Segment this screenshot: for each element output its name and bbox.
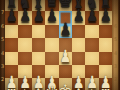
right-rank-label-4: 4 (113, 51, 118, 56)
piece-black-pawn-h7[interactable]: ♟ (99, 7, 112, 25)
piece-white-rook-a1[interactable]: ♜ (5, 87, 18, 90)
square-b4[interactable] (18, 52, 31, 65)
square-b5[interactable] (18, 38, 31, 51)
piece-white-pawn-e4[interactable]: ♟ (59, 47, 72, 65)
square-b6[interactable] (18, 25, 31, 38)
left-rank-label-3: 3 (0, 64, 5, 69)
square-h5[interactable] (99, 38, 112, 51)
square-f4[interactable] (72, 52, 85, 65)
square-c6[interactable] (32, 25, 45, 38)
left-rank-label-6: 6 (0, 24, 5, 29)
piece-black-pawn-a7[interactable]: ♟ (5, 7, 18, 25)
piece-white-rook-h1[interactable]: ♜ (99, 87, 112, 90)
square-c4[interactable] (32, 52, 45, 65)
square-c5[interactable] (32, 38, 45, 51)
piece-black-pawn-g7[interactable]: ♟ (85, 7, 98, 25)
right-rank-label-6: 6 (113, 24, 118, 29)
right-rank-label-5: 5 (113, 37, 118, 42)
chess-app-screen: ♜♞♝♛♚♝♞♜♟♟♟♟♟♟♟♟♟♟♟♟♟♟♟♟♜♞♝♛♚♝♞♜ 7766554… (0, 0, 120, 90)
square-d5[interactable] (45, 38, 58, 51)
left-rank-label-2: 2 (0, 77, 5, 82)
square-h4[interactable] (99, 52, 112, 65)
square-g4[interactable] (85, 52, 98, 65)
piece-black-king-e8[interactable]: ♚ (59, 0, 72, 11)
square-h6[interactable] (99, 25, 112, 38)
left-rank-label-5: 5 (0, 37, 5, 42)
square-g6[interactable] (85, 25, 98, 38)
piece-white-knight-g1[interactable]: ♞ (85, 87, 98, 90)
piece-black-pawn-b7[interactable]: ♟ (18, 7, 31, 25)
square-g5[interactable] (85, 38, 98, 51)
right-rank-label-7: 7 (113, 10, 118, 15)
piece-white-queen-d1[interactable]: ♛ (45, 87, 58, 90)
square-f6[interactable] (72, 25, 85, 38)
piece-white-bishop-c1[interactable]: ♝ (32, 87, 45, 90)
square-a5[interactable] (5, 38, 18, 51)
right-rank-label-3: 3 (113, 64, 118, 69)
square-f5[interactable] (72, 38, 85, 51)
piece-white-king-e1[interactable]: ♚ (59, 87, 72, 90)
piece-white-bishop-f1[interactable]: ♝ (72, 87, 85, 90)
left-rank-label-7: 7 (0, 10, 5, 15)
square-d6[interactable] (45, 25, 58, 38)
chess-board[interactable]: ♜♞♝♛♚♝♞♜♟♟♟♟♟♟♟♟♟♟♟♟♟♟♟♟♜♞♝♛♚♝♞♜ (0, 0, 120, 90)
piece-black-pawn-f7[interactable]: ♟ (72, 7, 85, 25)
right-rank-label-2: 2 (113, 77, 118, 82)
piece-black-pawn-d7[interactable]: ♟ (45, 7, 58, 25)
piece-white-knight-b1[interactable]: ♞ (18, 87, 31, 90)
piece-black-pawn-c7[interactable]: ♟ (32, 7, 45, 25)
square-a6[interactable] (5, 25, 18, 38)
square-a4[interactable] (5, 52, 18, 65)
piece-black-pawn-e6[interactable]: ♟ (59, 20, 72, 38)
left-rank-label-4: 4 (0, 51, 5, 56)
square-d4[interactable] (45, 52, 58, 65)
square-e3[interactable] (59, 65, 72, 78)
